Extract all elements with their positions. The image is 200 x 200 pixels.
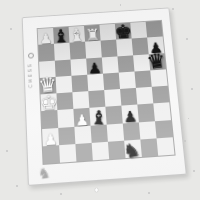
dust-speck	[188, 118, 189, 119]
dust-speck	[172, 8, 174, 10]
square-g5	[134, 70, 151, 88]
square-d8: ♜	[84, 25, 101, 42]
square-e3	[105, 106, 122, 124]
dust-speck	[186, 38, 188, 40]
square-b3	[57, 109, 74, 127]
square-h6: ♛	[149, 53, 166, 70]
square-f2	[123, 122, 141, 141]
square-b4	[56, 92, 73, 110]
dust-speck	[148, 192, 150, 194]
square-g4	[136, 87, 153, 105]
square-e7	[101, 40, 118, 57]
dust-speck	[16, 185, 18, 187]
dust-speck	[120, 4, 121, 6]
square-e6	[102, 56, 119, 73]
square-h3	[153, 103, 171, 121]
dust-speck	[95, 188, 98, 192]
chess-mat: CHESS ♞ ♟♝♝♜♚♟♟♛♛♚♟♝♟♟♞	[22, 7, 187, 186]
square-f8: ♚	[115, 23, 132, 40]
square-h5	[150, 69, 167, 87]
square-d1	[92, 142, 110, 161]
square-h2	[155, 120, 173, 138]
brand-logo-icon	[28, 53, 34, 59]
square-f7	[116, 39, 133, 56]
square-c1	[75, 143, 92, 162]
knight-crest-icon: ♞	[37, 164, 52, 183]
square-b5	[56, 76, 73, 94]
square-e4	[104, 89, 121, 107]
square-e5	[103, 72, 120, 90]
dust-speck	[179, 62, 180, 63]
square-c2	[74, 125, 91, 144]
square-h1	[157, 137, 175, 156]
chess-board: ♟♝♝♜♚♟♟♛♛♚♟♝♟♟♞	[37, 20, 176, 165]
photo-scene: CHESS ♞ ♟♝♝♜♚♟♟♛♛♚♟♝♟♟♞	[0, 0, 200, 200]
dust-speck	[184, 140, 186, 142]
square-c8: ♝	[69, 26, 85, 43]
square-b6	[55, 59, 72, 77]
square-h4	[152, 86, 170, 104]
square-a8: ♟	[38, 28, 54, 45]
square-c7	[70, 42, 87, 59]
square-a2: ♟	[42, 127, 59, 146]
brand-text: CHESS	[26, 62, 33, 88]
square-f1: ♞	[124, 139, 142, 158]
dust-speck	[191, 88, 193, 90]
square-b1	[59, 144, 76, 163]
square-d5	[87, 73, 104, 91]
square-c5	[71, 74, 88, 92]
dust-speck	[10, 28, 12, 30]
square-c4	[72, 91, 89, 109]
square-d3: ♝	[89, 107, 106, 125]
square-e2	[107, 123, 124, 142]
square-a4: ♚	[41, 93, 58, 111]
square-g3	[137, 104, 155, 122]
black-knight: ♞	[121, 140, 142, 162]
dust-speck	[193, 170, 195, 172]
square-d7	[85, 41, 102, 58]
square-f6	[117, 55, 134, 72]
square-b2	[58, 126, 75, 145]
square-b7	[54, 43, 71, 60]
square-c3: ♟	[73, 108, 90, 126]
dust-speck	[6, 150, 8, 152]
square-a7	[38, 44, 54, 61]
square-d2	[91, 124, 108, 143]
square-a3	[41, 110, 58, 128]
square-h8	[146, 21, 163, 38]
square-g1	[140, 138, 158, 157]
dust-speck	[60, 193, 62, 195]
square-c6	[70, 58, 87, 75]
square-f3: ♟	[121, 105, 138, 123]
square-a1	[43, 145, 60, 164]
square-g8	[130, 22, 147, 39]
square-g2	[139, 121, 157, 140]
square-f5	[119, 71, 136, 89]
square-d6: ♟	[86, 57, 103, 74]
square-f4	[120, 88, 137, 106]
